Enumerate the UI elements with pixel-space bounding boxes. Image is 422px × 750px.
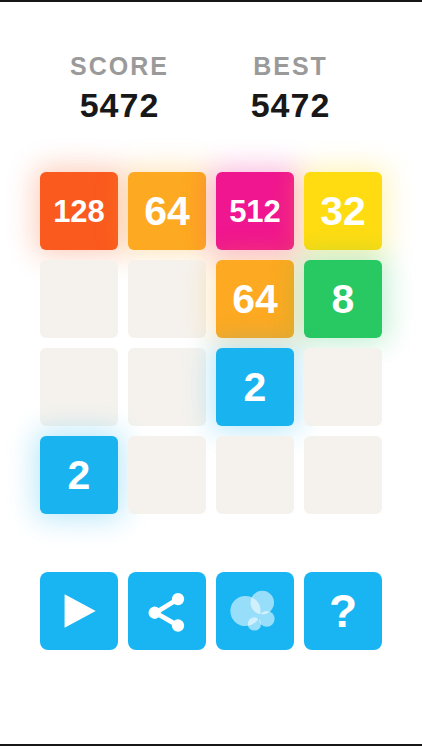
empty-cell — [304, 348, 382, 426]
tile-128: 128 — [40, 172, 118, 250]
screen-bottom-border — [0, 744, 422, 746]
tile-64: 64 — [216, 260, 294, 338]
tile-64: 64 — [128, 172, 206, 250]
share-icon — [145, 589, 189, 633]
empty-cell — [40, 260, 118, 338]
empty-cell — [216, 436, 294, 514]
tile-8: 8 — [304, 260, 382, 338]
best-label: BEST — [205, 52, 376, 81]
empty-cell — [128, 260, 206, 338]
empty-cell — [128, 436, 206, 514]
best-panel: BEST 5472 — [205, 52, 376, 125]
score-header: SCORE 5472 BEST 5472 — [34, 52, 376, 125]
help-button[interactable]: ? — [304, 572, 382, 650]
tile-2: 2 — [216, 348, 294, 426]
score-panel: SCORE 5472 — [34, 52, 205, 125]
empty-cell — [128, 348, 206, 426]
question-mark-icon: ? — [329, 584, 357, 638]
score-label: SCORE — [34, 52, 205, 81]
game-center-bubbles-icon — [227, 583, 283, 639]
toolbar: ? — [40, 572, 382, 650]
board-grid[interactable]: 128645123264822 — [40, 172, 382, 514]
game-center-button[interactable] — [216, 572, 294, 650]
empty-cell — [40, 348, 118, 426]
empty-cell — [304, 436, 382, 514]
tile-2: 2 — [40, 436, 118, 514]
play-button[interactable] — [40, 572, 118, 650]
tile-32: 32 — [304, 172, 382, 250]
screen-top-border — [0, 0, 422, 2]
share-button[interactable] — [128, 572, 206, 650]
best-value: 5472 — [205, 86, 376, 125]
score-value: 5472 — [34, 86, 205, 125]
play-icon — [60, 590, 98, 632]
tile-512: 512 — [216, 172, 294, 250]
